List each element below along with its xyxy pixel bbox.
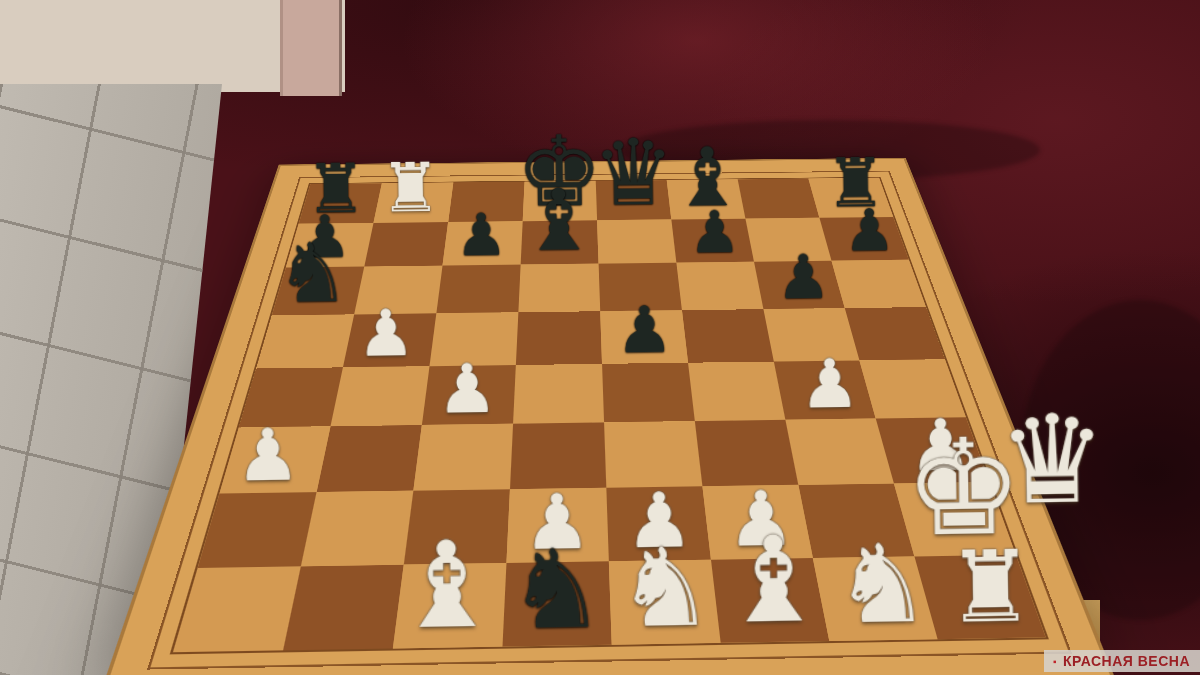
square-e8[interactable]: ♛	[596, 180, 672, 220]
piece-black-queen-e8[interactable]: ♛	[592, 127, 675, 219]
square-e4[interactable]	[602, 363, 695, 423]
piece-black-pawn-c7[interactable]: ♟	[455, 206, 508, 265]
square-g4[interactable]: ♟	[774, 360, 876, 419]
piece-white-knight-g1[interactable]: ♞	[833, 529, 931, 639]
square-f4[interactable]	[688, 362, 785, 422]
watermark: ▪ КРАСНАЯ ВЕСНА	[1044, 650, 1200, 672]
square-c7[interactable]: ♟	[443, 221, 523, 265]
square-e5[interactable]: ♟	[600, 310, 688, 364]
square-h1[interactable]: ♜	[914, 555, 1045, 639]
square-b4[interactable]	[330, 366, 429, 426]
square-d6[interactable]	[518, 264, 600, 313]
square-a2[interactable]	[198, 492, 317, 568]
piece-white-rook-h1[interactable]: ♜	[946, 537, 1035, 637]
square-e1[interactable]: ♞	[609, 560, 721, 645]
square-g1[interactable]: ♞	[813, 556, 938, 641]
piece-black-pawn-g6[interactable]: ♟	[776, 247, 831, 308]
piece-black-pawn-e5[interactable]: ♟	[615, 298, 673, 363]
wall-corner-column	[280, 0, 342, 96]
piece-white-bishop-f1[interactable]: ♝	[720, 520, 828, 641]
square-a1[interactable]	[173, 566, 301, 652]
square-d4[interactable]	[513, 364, 604, 424]
square-a3[interactable]: ♟	[219, 426, 330, 493]
square-b3[interactable]	[317, 425, 422, 492]
piece-white-pawn-b5[interactable]: ♟	[357, 301, 416, 366]
square-g3[interactable]	[785, 418, 894, 484]
square-a5[interactable]	[256, 314, 354, 368]
square-g8[interactable]	[738, 179, 820, 219]
square-h5[interactable]	[845, 307, 945, 360]
square-b8[interactable]: ♜	[373, 182, 453, 223]
piece-black-pawn-h7[interactable]: ♟	[843, 201, 895, 259]
square-h6[interactable]	[831, 260, 925, 308]
square-b7[interactable]	[364, 222, 448, 266]
square-b5[interactable]: ♟	[343, 313, 436, 367]
square-a6[interactable]: ♞	[272, 266, 365, 315]
piece-white-pawn-a3[interactable]: ♟	[235, 419, 301, 492]
photo-scene: ♜♜♚♛♝♜♟♟♝♟♟♞♟♟♟♟♟♟♟♟♟♟♚♝♞♞♝♞♜ ♛ ▪ КРАСНА…	[0, 0, 1200, 675]
piece-white-pawn-g4[interactable]: ♟	[799, 350, 860, 418]
square-c4[interactable]: ♟	[422, 365, 516, 425]
square-f6[interactable]	[676, 262, 763, 310]
square-f1[interactable]: ♝	[711, 558, 829, 643]
square-e7[interactable]	[597, 220, 676, 264]
piece-white-knight-e1[interactable]: ♞	[616, 532, 715, 642]
square-d7[interactable]: ♝	[521, 220, 599, 264]
square-d5[interactable]	[516, 311, 602, 365]
square-d1[interactable]: ♞	[502, 561, 611, 646]
piece-black-bishop-d7[interactable]: ♝	[520, 178, 597, 264]
piece-black-knight-d1[interactable]: ♞	[507, 534, 606, 645]
piece-white-bishop-c1[interactable]: ♝	[393, 525, 502, 646]
square-g6[interactable]: ♟	[754, 261, 845, 309]
board-grid: ♜♜♚♛♝♜♟♟♝♟♟♞♟♟♟♟♟♟♟♟♟♟♚♝♞♞♝♞♜	[170, 177, 1049, 655]
watermark-text: КРАСНАЯ ВЕСНА	[1063, 653, 1190, 669]
piece-black-pawn-f7[interactable]: ♟	[688, 203, 741, 261]
piece-white-rook-b8[interactable]: ♜	[380, 154, 442, 222]
watermark-logo-icon: ▪	[1053, 656, 1057, 667]
piece-white-pawn-c4[interactable]: ♟	[436, 355, 498, 424]
square-f5[interactable]	[682, 309, 774, 363]
square-c1[interactable]: ♝	[393, 563, 507, 649]
square-c3[interactable]	[413, 424, 513, 491]
piece-black-knight-a6[interactable]: ♞	[275, 231, 350, 314]
square-c6[interactable]	[436, 265, 520, 314]
square-f7[interactable]: ♟	[671, 219, 754, 263]
square-h7[interactable]: ♟	[819, 217, 908, 261]
square-b1[interactable]	[283, 565, 404, 651]
